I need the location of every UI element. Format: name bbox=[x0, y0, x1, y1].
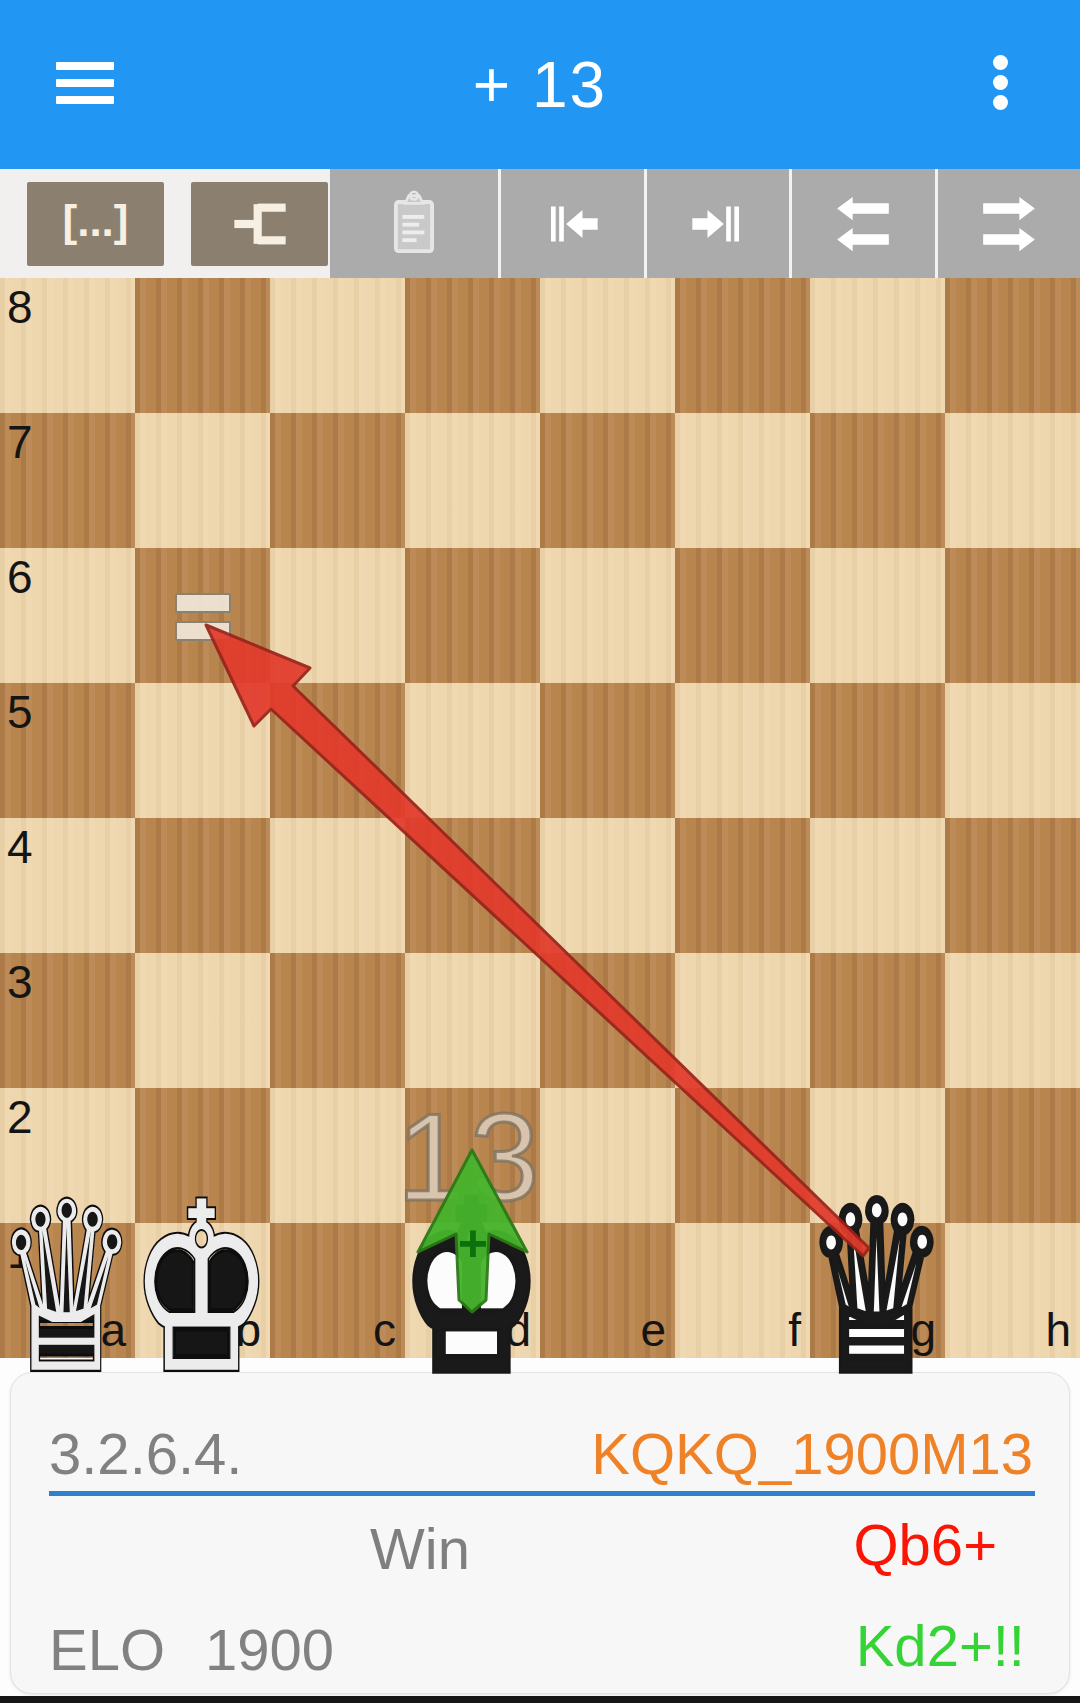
square-c1[interactable]: c bbox=[270, 1223, 405, 1358]
brackets-icon: [...] bbox=[63, 196, 129, 252]
toolbar-left-group: [...] bbox=[0, 169, 330, 278]
square-e4[interactable] bbox=[540, 818, 675, 953]
elo-label: ELO bbox=[49, 1617, 165, 1682]
page-title: + 13 bbox=[0, 0, 1080, 169]
square-c4[interactable] bbox=[270, 818, 405, 953]
square-a3[interactable]: 3 bbox=[0, 953, 135, 1088]
toolbar-right-group bbox=[330, 169, 1080, 278]
square-b7[interactable] bbox=[135, 413, 270, 548]
overflow-menu-icon[interactable] bbox=[985, 55, 1015, 117]
toolbar: [...] bbox=[0, 169, 1080, 278]
square-h2[interactable] bbox=[945, 1088, 1080, 1223]
divider-line bbox=[49, 1491, 1035, 1496]
square-b4[interactable] bbox=[135, 818, 270, 953]
goal-label: Win bbox=[370, 1520, 470, 1578]
check-plus-label: + bbox=[458, 1213, 488, 1273]
rank-label-5: 5 bbox=[7, 685, 33, 739]
square-e8[interactable] bbox=[540, 278, 675, 413]
go-to-end-icon bbox=[685, 196, 751, 252]
piece-black-queen-a1[interactable]: ♛♛♕ bbox=[0, 1153, 135, 1358]
square-f5[interactable] bbox=[675, 683, 810, 818]
square-d4[interactable] bbox=[405, 818, 540, 953]
variation-tree-button[interactable] bbox=[191, 182, 328, 266]
square-a4[interactable]: 4 bbox=[0, 818, 135, 953]
elo-value: 1900 bbox=[205, 1617, 334, 1682]
square-h1[interactable]: h bbox=[945, 1223, 1080, 1358]
variation-tree-icon bbox=[229, 196, 291, 252]
square-c7[interactable] bbox=[270, 413, 405, 548]
double-forward-arrows-icon bbox=[976, 193, 1042, 255]
file-label-c: c bbox=[373, 1303, 396, 1357]
square-c3[interactable] bbox=[270, 953, 405, 1088]
rank-label-7: 7 bbox=[7, 415, 33, 469]
square-g5[interactable] bbox=[810, 683, 945, 818]
square-e7[interactable] bbox=[540, 413, 675, 548]
square-f4[interactable] bbox=[675, 818, 810, 953]
square-e6[interactable] bbox=[540, 548, 675, 683]
file-label-h: h bbox=[1045, 1303, 1071, 1357]
go-to-end-button[interactable] bbox=[644, 169, 789, 278]
square-h5[interactable] bbox=[945, 683, 1080, 818]
square-e3[interactable] bbox=[540, 953, 675, 1088]
chess-board: 87654321abcdefgh ♛♛♕♚♚♔♚♚♔♛♛♕ 13 + bbox=[0, 278, 1080, 1358]
replay-forward-all-button[interactable] bbox=[935, 169, 1080, 278]
square-c6[interactable] bbox=[270, 548, 405, 683]
take-back-all-button[interactable] bbox=[789, 169, 934, 278]
file-label-e: e bbox=[640, 1303, 666, 1357]
square-d3[interactable] bbox=[405, 953, 540, 1088]
clipboard-button[interactable] bbox=[330, 169, 498, 278]
square-g7[interactable] bbox=[810, 413, 945, 548]
square-g4[interactable] bbox=[810, 818, 945, 953]
file-label-f: f bbox=[788, 1303, 801, 1357]
square-d5[interactable] bbox=[405, 683, 540, 818]
best-move-text: Kd2+!! bbox=[856, 1617, 1025, 1675]
draw-marker bbox=[175, 593, 231, 641]
square-a7[interactable]: 7 bbox=[0, 413, 135, 548]
square-h6[interactable] bbox=[945, 548, 1080, 683]
go-to-start-button[interactable] bbox=[498, 169, 643, 278]
square-f6[interactable] bbox=[675, 548, 810, 683]
clipboard-icon bbox=[383, 190, 445, 258]
square-h4[interactable] bbox=[945, 818, 1080, 953]
go-to-start-icon bbox=[539, 196, 605, 252]
square-f7[interactable] bbox=[675, 413, 810, 548]
square-a8[interactable]: 8 bbox=[0, 278, 135, 413]
square-e5[interactable] bbox=[540, 683, 675, 818]
square-g3[interactable] bbox=[810, 953, 945, 1088]
mate-in-label: 13 bbox=[397, 1086, 543, 1228]
bad-move-text: Qb6+ bbox=[854, 1516, 998, 1574]
square-a6[interactable]: 6 bbox=[0, 548, 135, 683]
square-c5[interactable] bbox=[270, 683, 405, 818]
rank-label-3: 3 bbox=[7, 955, 33, 1009]
rank-label-2: 2 bbox=[7, 1090, 33, 1144]
app-bar: + 13 bbox=[0, 0, 1080, 169]
piece-black-king-b1[interactable]: ♚♚♔ bbox=[135, 1153, 270, 1358]
rank-label-6: 6 bbox=[7, 550, 33, 604]
square-b5[interactable] bbox=[135, 683, 270, 818]
puzzle-set-name: KQKQ_1900M13 bbox=[591, 1425, 1033, 1483]
square-f1[interactable]: f bbox=[675, 1223, 810, 1358]
square-b8[interactable] bbox=[135, 278, 270, 413]
square-f3[interactable] bbox=[675, 953, 810, 1088]
square-h3[interactable] bbox=[945, 953, 1080, 1088]
square-f2[interactable] bbox=[675, 1088, 810, 1223]
square-g6[interactable] bbox=[810, 548, 945, 683]
bottom-nav-strip bbox=[0, 1696, 1080, 1703]
double-back-arrows-icon bbox=[830, 193, 896, 255]
square-h8[interactable] bbox=[945, 278, 1080, 413]
square-c8[interactable] bbox=[270, 278, 405, 413]
rank-label-8: 8 bbox=[7, 280, 33, 334]
square-g8[interactable] bbox=[810, 278, 945, 413]
square-c2[interactable] bbox=[270, 1088, 405, 1223]
square-d8[interactable] bbox=[405, 278, 540, 413]
elo-row: ELO1900 bbox=[49, 1621, 334, 1679]
piece-white-queen-g1[interactable]: ♛♛♕ bbox=[810, 1153, 945, 1358]
square-a5[interactable]: 5 bbox=[0, 683, 135, 818]
rank-label-4: 4 bbox=[7, 820, 33, 874]
square-e1[interactable]: e bbox=[540, 1223, 675, 1358]
square-b3[interactable] bbox=[135, 953, 270, 1088]
square-d6[interactable] bbox=[405, 548, 540, 683]
square-e2[interactable] bbox=[540, 1088, 675, 1223]
square-d7[interactable] bbox=[405, 413, 540, 548]
puzzle-number: 3.2.6.4. bbox=[49, 1425, 242, 1483]
square-h7[interactable] bbox=[945, 413, 1080, 548]
variations-brackets-button[interactable]: [...] bbox=[27, 182, 164, 266]
square-f8[interactable] bbox=[675, 278, 810, 413]
